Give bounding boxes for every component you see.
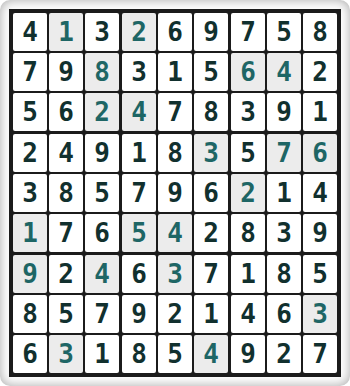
cell-r8c6: 1 [194, 295, 228, 333]
cell-r1c9: 8 [303, 13, 337, 51]
cell-r2c7: 6 [231, 53, 265, 91]
cell-r9c4: 8 [122, 335, 156, 373]
cell-r1c8: 5 [267, 13, 301, 51]
cell-r3c6: 8 [194, 93, 228, 131]
cell-r3c8: 9 [267, 93, 301, 131]
cell-r1c3: 3 [85, 13, 119, 51]
cell-r5c3: 5 [85, 174, 119, 212]
cell-r1c5: 6 [158, 13, 192, 51]
cell-r5c2: 8 [49, 174, 83, 212]
cell-r2c1: 7 [13, 53, 47, 91]
cell-r4c9: 6 [303, 134, 337, 172]
cell-r4c6: 3 [194, 134, 228, 172]
cell-r7c8: 8 [267, 255, 301, 293]
cell-r9c9: 7 [303, 335, 337, 373]
cell-r3c1: 5 [13, 93, 47, 131]
cell-r7c9: 5 [303, 255, 337, 293]
cell-r7c1: 9 [13, 255, 47, 293]
cell-r4c7: 5 [231, 134, 265, 172]
cell-r4c4: 1 [122, 134, 156, 172]
box-9: 185463927 [231, 255, 337, 373]
cell-r8c5: 2 [158, 295, 192, 333]
box-6: 576214839 [231, 134, 337, 252]
cell-r4c5: 8 [158, 134, 192, 172]
cell-r6c7: 8 [231, 214, 265, 252]
cell-r4c3: 9 [85, 134, 119, 172]
cell-r3c2: 6 [49, 93, 83, 131]
cell-r1c2: 1 [49, 13, 83, 51]
cell-r8c4: 9 [122, 295, 156, 333]
cell-r3c9: 1 [303, 93, 337, 131]
cell-r3c7: 3 [231, 93, 265, 131]
cell-r9c7: 9 [231, 335, 265, 373]
cell-r9c8: 2 [267, 335, 301, 373]
cell-r1c4: 2 [122, 13, 156, 51]
cell-r5c9: 4 [303, 174, 337, 212]
cell-r7c2: 2 [49, 255, 83, 293]
cell-r1c7: 7 [231, 13, 265, 51]
cell-r9c5: 5 [158, 335, 192, 373]
cell-r4c2: 4 [49, 134, 83, 172]
cell-r7c6: 7 [194, 255, 228, 293]
cell-r3c3: 2 [85, 93, 119, 131]
cell-r9c1: 6 [13, 335, 47, 373]
cell-r7c3: 4 [85, 255, 119, 293]
cell-r8c2: 5 [49, 295, 83, 333]
cell-r1c1: 4 [13, 13, 47, 51]
cell-r7c7: 1 [231, 255, 265, 293]
box-2: 269315478 [122, 13, 228, 131]
box-8: 637921854 [122, 255, 228, 373]
cell-r4c1: 2 [13, 134, 47, 172]
cell-r2c8: 4 [267, 53, 301, 91]
cell-r6c9: 9 [303, 214, 337, 252]
cell-r8c3: 7 [85, 295, 119, 333]
cell-r8c9: 3 [303, 295, 337, 333]
cell-r8c7: 4 [231, 295, 265, 333]
cell-r2c2: 9 [49, 53, 83, 91]
box-7: 924857631 [13, 255, 119, 373]
cell-r9c3: 1 [85, 335, 119, 373]
cell-r9c6: 4 [194, 335, 228, 373]
cell-r8c1: 8 [13, 295, 47, 333]
cell-r5c8: 1 [267, 174, 301, 212]
cell-r4c8: 7 [267, 134, 301, 172]
cell-r6c5: 4 [158, 214, 192, 252]
cell-r3c4: 4 [122, 93, 156, 131]
box-5: 183796542 [122, 134, 228, 252]
cell-r6c1: 1 [13, 214, 47, 252]
cell-r8c8: 6 [267, 295, 301, 333]
cell-r6c4: 5 [122, 214, 156, 252]
cell-r5c1: 3 [13, 174, 47, 212]
cell-r2c4: 3 [122, 53, 156, 91]
box-3: 758642391 [231, 13, 337, 131]
cell-r7c4: 6 [122, 255, 156, 293]
cell-r5c7: 2 [231, 174, 265, 212]
cell-r7c5: 3 [158, 255, 192, 293]
cell-r5c6: 6 [194, 174, 228, 212]
cell-r6c2: 7 [49, 214, 83, 252]
box-4: 249385176 [13, 134, 119, 252]
cell-r6c8: 3 [267, 214, 301, 252]
cell-r3c5: 7 [158, 93, 192, 131]
box-1: 413798562 [13, 13, 119, 131]
cell-r2c9: 2 [303, 53, 337, 91]
cell-r5c5: 9 [158, 174, 192, 212]
cell-r2c5: 1 [158, 53, 192, 91]
sudoku-board: 4137985622693154787586423912493851761837… [9, 9, 341, 377]
puzzle-panel: 4137985622693154787586423912493851761837… [0, 0, 350, 386]
cell-r6c3: 6 [85, 214, 119, 252]
cell-r1c6: 9 [194, 13, 228, 51]
cell-r2c3: 8 [85, 53, 119, 91]
cell-r5c4: 7 [122, 174, 156, 212]
cell-r2c6: 5 [194, 53, 228, 91]
cell-r9c2: 3 [49, 335, 83, 373]
cell-r6c6: 2 [194, 214, 228, 252]
